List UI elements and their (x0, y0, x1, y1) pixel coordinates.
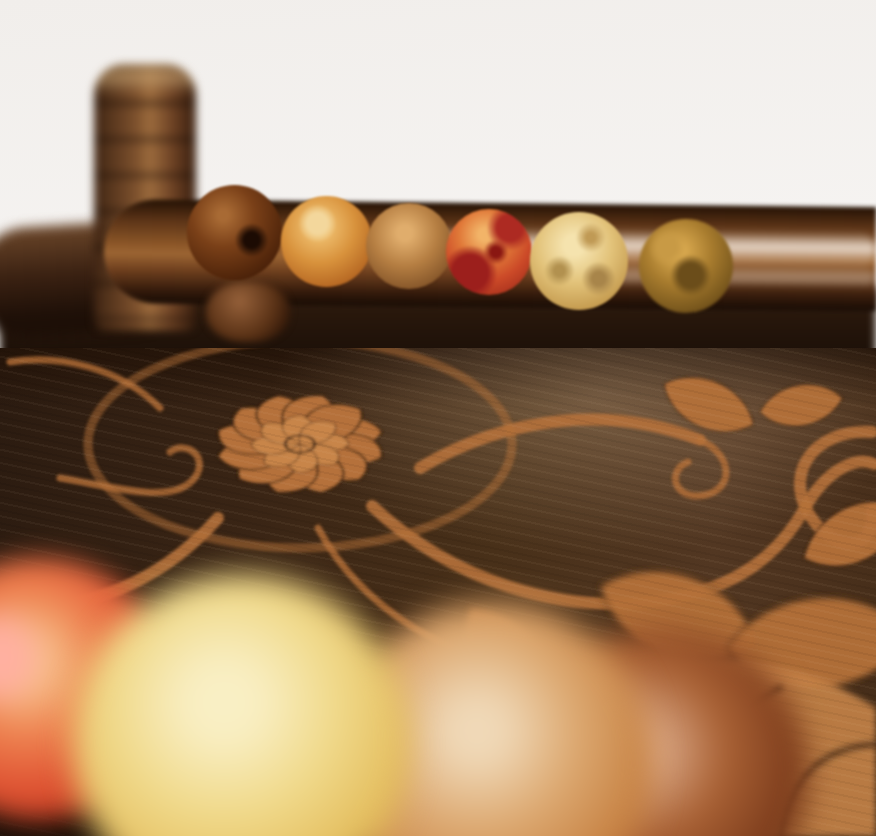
back-rail-bead-dark-chestnut[interactable] (187, 185, 282, 280)
bead-game-photo (0, 0, 876, 836)
corner-finial (206, 282, 290, 342)
back-rail-bead-amber-gold[interactable] (281, 196, 372, 287)
back-rail-bead-cream-speckled[interactable] (530, 212, 628, 310)
back-rail-bead-walnut-tan[interactable] (366, 203, 452, 289)
back-rail-bead-olive-mustard[interactable] (639, 219, 733, 313)
back-rail-bead-red-mottled[interactable] (446, 209, 532, 295)
